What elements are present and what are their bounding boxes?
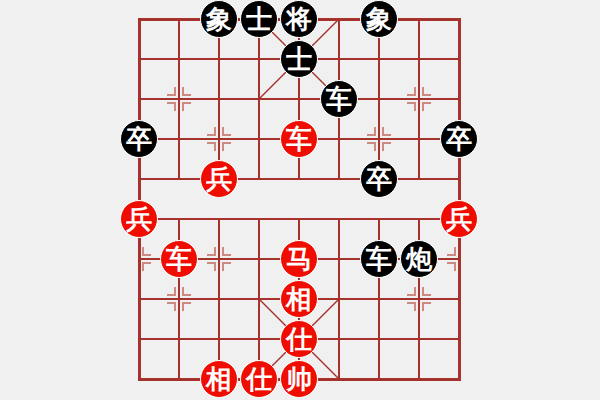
black-elephant[interactable]: 象: [360, 0, 398, 38]
black-advisor[interactable]: 士: [240, 0, 278, 38]
black-soldier[interactable]: 卒: [120, 120, 158, 158]
black-cannon[interactable]: 炮: [400, 240, 438, 278]
red-general[interactable]: 帅: [280, 360, 318, 398]
red-chariot[interactable]: 车: [160, 240, 198, 278]
red-elephant[interactable]: 相: [280, 280, 318, 318]
red-soldier[interactable]: 兵: [120, 200, 158, 238]
red-soldier[interactable]: 兵: [200, 160, 238, 198]
black-soldier[interactable]: 卒: [440, 120, 478, 158]
red-soldier[interactable]: 兵: [440, 200, 478, 238]
red-advisor[interactable]: 仕: [240, 360, 278, 398]
black-general[interactable]: 将: [280, 0, 318, 38]
black-elephant[interactable]: 象: [200, 0, 238, 38]
red-elephant[interactable]: 相: [200, 360, 238, 398]
black-advisor[interactable]: 士: [280, 40, 318, 78]
red-advisor[interactable]: 仕: [280, 320, 318, 358]
black-chariot[interactable]: 车: [360, 240, 398, 278]
red-horse[interactable]: 马: [280, 240, 318, 278]
black-soldier[interactable]: 卒: [360, 160, 398, 198]
red-chariot[interactable]: 车: [280, 120, 318, 158]
xiangqi-board: 象士将象士车卒车卒兵卒兵兵车马车炮相仕相仕帅: [119, 0, 479, 399]
xiangqi-game-screenshot: 象士将象士车卒车卒兵卒兵兵车马车炮相仕相仕帅: [0, 0, 600, 400]
black-chariot[interactable]: 车: [320, 80, 358, 118]
